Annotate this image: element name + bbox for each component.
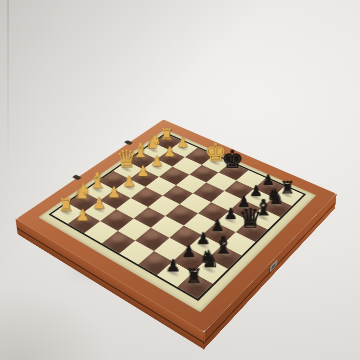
square-h8: ♜ (177, 272, 213, 298)
piece-black-queen: ♛ (233, 205, 269, 232)
photo-backdrop: ♜♟♚♚♟♜♞♟♟♞♝♟♟♝♛♟♟♛♟♟♝♟♟♝♞♟♟♞♜♟♟♜ (0, 0, 360, 360)
scene: ♜♟♚♚♟♜♞♟♟♞♝♟♟♝♛♟♟♛♟♟♝♟♟♝♞♟♟♞♜♟♟♜ (0, 0, 360, 360)
piece-black-rook: ♜ (174, 266, 213, 287)
folding-chess-box: ♜♟♚♚♟♜♞♟♟♞♝♟♟♝♛♟♟♛♟♟♝♟♟♝♞♟♟♞♜♟♟♜ (16, 119, 336, 332)
board-margin: ♜♟♚♚♟♜♞♟♟♞♝♟♟♝♛♟♟♛♟♟♝♟♟♝♞♟♟♞♜♟♟♜ (38, 129, 316, 312)
square-f3 (116, 198, 148, 218)
piece-white-pawn: ♟ (65, 208, 100, 223)
piece-black-king: ♚ (216, 147, 248, 172)
